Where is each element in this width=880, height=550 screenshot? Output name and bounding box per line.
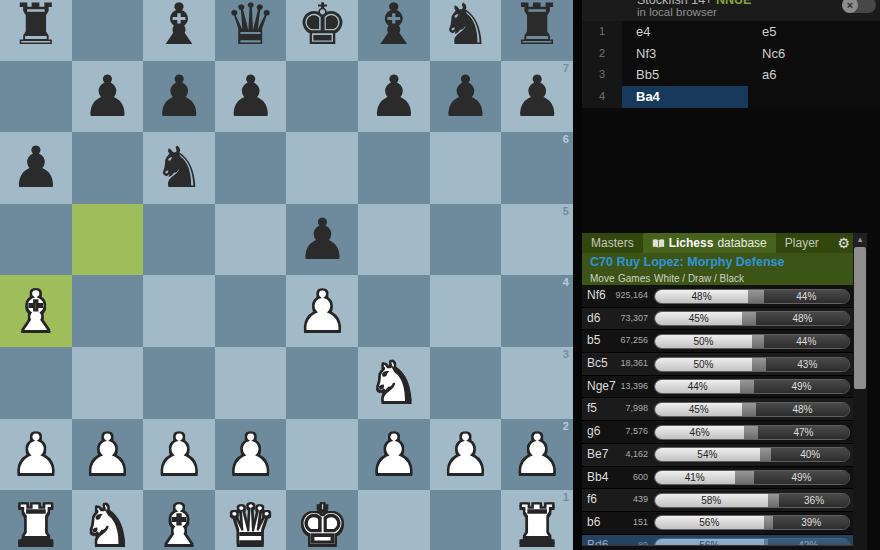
white-knight[interactable]: ♞ — [82, 497, 133, 550]
result-bar: 41%49% — [654, 470, 850, 485]
explorer-row-d6[interactable]: d673,30745%48% — [582, 308, 853, 331]
explorer-move: Nge7 — [587, 376, 616, 398]
explorer-row-Nf6[interactable]: Nf6925,16448%44% — [582, 285, 853, 308]
black-queen[interactable]: ♛ — [225, 0, 276, 53]
explorer-row-Bc5[interactable]: Bc518,36150%43% — [582, 353, 853, 376]
square-h6[interactable]: 6 — [501, 132, 573, 204]
square-g7[interactable]: ♟ — [430, 61, 502, 133]
move-white-Nf3[interactable]: Nf3 — [622, 43, 748, 65]
white-king[interactable]: ♚ — [297, 497, 348, 550]
black-bishop[interactable]: ♝ — [153, 0, 204, 53]
square-b5[interactable] — [72, 204, 144, 276]
black-rook[interactable]: ♜ — [10, 0, 61, 53]
black-pawn[interactable]: ♟ — [440, 68, 491, 125]
black-percent: 49% — [754, 471, 849, 484]
draw-percent — [748, 290, 764, 303]
draw-percent — [752, 335, 764, 348]
square-f2[interactable]: ♟ — [358, 419, 430, 491]
move-row: 2Nf3Nc6 — [582, 43, 880, 65]
explorer-row-b5[interactable]: b567,25650%44% — [582, 330, 853, 353]
square-h1[interactable]: ♜1 — [501, 490, 573, 550]
white-percent: 56% — [655, 516, 764, 529]
right-panel: Stockfish 14+ NNUE in local browser × 1e… — [582, 0, 880, 550]
white-pawn[interactable]: ♟ — [440, 426, 491, 483]
gear-icon[interactable]: ⚙ — [837, 233, 850, 253]
square-c4[interactable] — [143, 275, 215, 347]
white-percent: 48% — [655, 290, 748, 303]
engine-header: Stockfish 14+ NNUE in local browser × — [582, 0, 880, 22]
black-pawn[interactable]: ♟ — [10, 139, 61, 196]
square-b4[interactable] — [72, 275, 144, 347]
square-a5[interactable] — [0, 204, 72, 276]
white-percent: 44% — [655, 380, 740, 393]
rank-coordinate-3: 3 — [563, 348, 569, 360]
explorer-row-Nge7[interactable]: Nge713,39644%49% — [582, 376, 853, 399]
square-a1[interactable]: ♜ — [0, 490, 72, 550]
col-games: Games — [618, 272, 654, 285]
square-c6[interactable]: ♞ — [143, 132, 215, 204]
tab-lichess-database[interactable]: Lichessdatabase — [643, 233, 776, 253]
explorer-move: d6 — [587, 308, 600, 330]
black-pawn[interactable]: ♟ — [368, 68, 419, 125]
square-c7[interactable]: ♟ — [143, 61, 215, 133]
square-b7[interactable]: ♟ — [72, 61, 144, 133]
result-bar: 44%49% — [654, 379, 850, 394]
square-b6[interactable] — [72, 132, 144, 204]
explorer-move: f6 — [587, 489, 597, 511]
explorer-games-count: 600 — [633, 467, 648, 489]
move-row: 4Ba4 — [582, 86, 880, 108]
engine-subtitle: in local browser — [637, 6, 717, 18]
explorer-games-count: 18,361 — [620, 353, 648, 375]
black-pawn[interactable]: ♟ — [153, 68, 204, 125]
tab-player[interactable]: Player — [776, 233, 828, 253]
black-percent: 47% — [758, 426, 849, 439]
opening-explorer: Masters Lichessdatabase Player ⚙ C70 Ruy… — [582, 233, 853, 550]
explorer-row-f6[interactable]: f643958%36% — [582, 489, 853, 512]
draw-percent — [742, 312, 756, 325]
explorer-games-count: 7,576 — [625, 421, 648, 443]
black-percent: 44% — [764, 335, 849, 348]
white-percent: 58% — [655, 494, 768, 507]
square-f5[interactable] — [358, 204, 430, 276]
result-bar: 45%48% — [654, 311, 850, 326]
draw-percent — [764, 516, 774, 529]
move-number: 2 — [582, 43, 622, 65]
square-g8[interactable]: ♞ — [430, 0, 502, 61]
square-d3[interactable] — [215, 347, 287, 419]
explorer-games-count: 7,998 — [625, 398, 648, 420]
square-h5[interactable]: 5 — [501, 204, 573, 276]
explorer-move: b5 — [587, 330, 600, 352]
chess-board[interactable]: ♜♝♛♚♝♞♜♟♟♟♟♟♟7♟♞6♟5♝♟4♞3♟♟♟♟♟♟♟2♜♞♝♛♚♜1 — [0, 0, 573, 550]
white-bishop[interactable]: ♝ — [153, 497, 204, 550]
white-pawn[interactable]: ♟ — [82, 426, 133, 483]
draw-percent — [760, 448, 772, 461]
white-pawn[interactable]: ♟ — [368, 426, 419, 483]
black-pawn[interactable]: ♟ — [82, 68, 133, 125]
white-pawn[interactable]: ♟ — [297, 283, 348, 340]
explorer-column-headers: Move Games White / Draw / Black — [582, 272, 853, 285]
square-g5[interactable] — [430, 204, 502, 276]
move-row: 3Bb5a6 — [582, 64, 880, 86]
black-percent: 48% — [756, 312, 849, 325]
engine-toggle[interactable]: × — [842, 0, 876, 13]
square-b1[interactable]: ♞ — [72, 490, 144, 550]
scrollbar-thumb[interactable] — [854, 247, 866, 389]
white-percent: 50% — [655, 335, 752, 348]
result-bar: 46%47% — [654, 425, 850, 440]
move-white-Ba4[interactable]: Ba4 — [622, 86, 748, 108]
square-f7[interactable]: ♟ — [358, 61, 430, 133]
col-result: White / Draw / Black — [654, 272, 744, 285]
square-c2[interactable]: ♟ — [143, 419, 215, 491]
black-king[interactable]: ♚ — [297, 0, 348, 53]
square-d8[interactable]: ♛ — [215, 0, 287, 61]
square-h2[interactable]: ♟2 — [501, 419, 573, 491]
explorer-move: Bc5 — [587, 353, 608, 375]
result-bar: 56%39% — [654, 515, 850, 530]
draw-percent — [744, 426, 758, 439]
black-rook[interactable]: ♜ — [511, 0, 562, 53]
square-g2[interactable]: ♟ — [430, 419, 502, 491]
square-b8[interactable] — [72, 0, 144, 61]
square-b2[interactable]: ♟ — [72, 419, 144, 491]
square-b3[interactable] — [72, 347, 144, 419]
explorer-row-Be7[interactable]: Be74,16254%40% — [582, 444, 853, 467]
square-e7[interactable] — [286, 61, 358, 133]
square-h3[interactable]: 3 — [501, 347, 573, 419]
white-percent: 46% — [655, 426, 744, 439]
move-white-e4[interactable]: e4 — [622, 21, 748, 43]
black-percent: 44% — [764, 290, 849, 303]
explorer-games-count: 73,307 — [620, 308, 648, 330]
total-symbol: Σ — [587, 546, 595, 550]
col-move: Move — [590, 272, 618, 285]
white-percent: 50% — [655, 358, 752, 371]
white-percent: 54% — [655, 448, 760, 461]
square-e3[interactable] — [286, 347, 358, 419]
square-e6[interactable] — [286, 132, 358, 204]
explorer-row-g6[interactable]: g67,57646%47% — [582, 421, 853, 444]
opening-name[interactable]: C70 Ruy Lopez: Morphy Defense — [582, 253, 853, 272]
square-d6[interactable] — [215, 132, 287, 204]
square-g4[interactable] — [430, 275, 502, 347]
white-rook[interactable]: ♜ — [511, 497, 562, 550]
rank-coordinate-6: 6 — [563, 133, 569, 145]
square-h4[interactable]: 4 — [501, 275, 573, 347]
white-bishop[interactable]: ♝ — [10, 283, 61, 340]
book-icon — [652, 238, 665, 249]
move-list: 1e4e52Nf3Nc63Bb5a64Ba4 — [582, 21, 880, 108]
explorer-total-row: Σ 1,118,875 48%45% — [582, 545, 853, 550]
square-f3[interactable]: ♞ — [358, 347, 430, 419]
explorer-move: g6 — [587, 421, 600, 443]
move-black-empty — [748, 86, 880, 108]
square-c5[interactable] — [143, 204, 215, 276]
square-e2[interactable] — [286, 419, 358, 491]
white-percent: 45% — [655, 312, 742, 325]
draw-percent — [768, 494, 780, 507]
rank-coordinate-2: 2 — [563, 420, 569, 432]
square-g1[interactable] — [430, 490, 502, 550]
black-percent: 49% — [754, 380, 849, 393]
scrollbar[interactable]: ▴ — [853, 233, 867, 550]
black-knight[interactable]: ♞ — [440, 0, 491, 53]
square-d7[interactable]: ♟ — [215, 61, 287, 133]
black-bishop[interactable]: ♝ — [368, 0, 419, 53]
explorer-rows: Nf6925,16448%44%d673,30745%48%b567,25650… — [582, 285, 853, 550]
result-bar: 50%43% — [654, 357, 850, 372]
rank-coordinate-1: 1 — [563, 491, 569, 503]
move-white-Bb5[interactable]: Bb5 — [622, 64, 748, 86]
move-black-Nc6[interactable]: Nc6 — [748, 43, 880, 65]
square-c3[interactable] — [143, 347, 215, 419]
white-pawn[interactable]: ♟ — [225, 426, 276, 483]
white-percent: 45% — [655, 403, 742, 416]
black-pawn[interactable]: ♟ — [225, 68, 276, 125]
draw-percent — [742, 403, 756, 416]
square-d1[interactable]: ♛ — [215, 490, 287, 550]
white-pawn[interactable]: ♟ — [10, 426, 61, 483]
explorer-games-count: 925,164 — [615, 285, 648, 307]
draw-percent — [752, 358, 766, 371]
square-g6[interactable] — [430, 132, 502, 204]
square-h8[interactable]: ♜ — [501, 0, 573, 61]
black-pawn[interactable]: ♟ — [297, 211, 348, 268]
explorer-row-Bb4[interactable]: Bb460041%49% — [582, 467, 853, 490]
explorer-move: Be7 — [587, 444, 608, 466]
square-d5[interactable] — [215, 204, 287, 276]
explorer-tabs: Masters Lichessdatabase Player ⚙ — [582, 233, 853, 253]
square-a8[interactable]: ♜ — [0, 0, 72, 61]
rank-coordinate-5: 5 — [563, 205, 569, 217]
move-row: 1e4e5 — [582, 21, 880, 43]
square-c8[interactable]: ♝ — [143, 0, 215, 61]
square-e1[interactable]: ♚ — [286, 490, 358, 550]
explorer-games-count: 13,396 — [620, 376, 648, 398]
square-f1[interactable] — [358, 490, 430, 550]
move-black-e5[interactable]: e5 — [748, 21, 880, 43]
square-a4[interactable]: ♝ — [0, 275, 72, 347]
nnue-badge: NNUE — [716, 0, 751, 7]
white-pawn[interactable]: ♟ — [153, 426, 204, 483]
black-percent: 48% — [756, 403, 849, 416]
square-e4[interactable]: ♟ — [286, 275, 358, 347]
result-bar: 54%40% — [654, 447, 850, 462]
move-number: 4 — [582, 86, 622, 108]
square-a3[interactable] — [0, 347, 72, 419]
square-f8[interactable]: ♝ — [358, 0, 430, 61]
square-g3[interactable] — [430, 347, 502, 419]
black-percent: 39% — [773, 516, 849, 529]
result-bar: 45%48% — [654, 402, 850, 417]
draw-percent — [740, 380, 754, 393]
black-percent: 43% — [766, 358, 849, 371]
square-c1[interactable]: ♝ — [143, 490, 215, 550]
black-percent: 36% — [779, 494, 849, 507]
explorer-games-count: 151 — [633, 512, 648, 534]
explorer-move: b6 — [587, 512, 600, 534]
black-percent: 40% — [771, 448, 849, 461]
explorer-move: Bb4 — [587, 467, 608, 489]
white-queen[interactable]: ♛ — [225, 497, 276, 550]
explorer-row-f5[interactable]: f57,99845%48% — [582, 398, 853, 421]
rank-coordinate-7: 7 — [563, 62, 569, 74]
explorer-games-count: 439 — [633, 489, 648, 511]
square-e5[interactable]: ♟ — [286, 204, 358, 276]
square-h7[interactable]: ♟7 — [501, 61, 573, 133]
result-bar: 48%44% — [654, 289, 850, 304]
tab-masters[interactable]: Masters — [582, 233, 643, 253]
black-knight[interactable]: ♞ — [153, 139, 204, 196]
total-games: 1,118,875 — [604, 546, 648, 550]
white-knight[interactable]: ♞ — [368, 354, 419, 411]
square-a2[interactable]: ♟ — [0, 419, 72, 491]
move-number: 3 — [582, 64, 622, 86]
square-f6[interactable] — [358, 132, 430, 204]
square-d4[interactable] — [215, 275, 287, 347]
draw-percent — [735, 471, 754, 484]
explorer-games-count: 67,256 — [620, 330, 648, 352]
explorer-move: f5 — [587, 398, 597, 420]
white-rook[interactable]: ♜ — [10, 497, 61, 550]
rank-coordinate-4: 4 — [563, 276, 569, 288]
explorer-move: Nf6 — [587, 285, 606, 307]
lichess-analysis-page: ♜♝♛♚♝♞♜♟♟♟♟♟♟7♟♞6♟5♝♟4♞3♟♟♟♟♟♟♟2♜♞♝♛♚♜1 … — [0, 0, 880, 550]
square-e8[interactable]: ♚ — [286, 0, 358, 61]
move-number: 1 — [582, 21, 622, 43]
result-bar: 50%44% — [654, 334, 850, 349]
square-f4[interactable] — [358, 275, 430, 347]
result-bar: 58%36% — [654, 493, 850, 508]
explorer-games-count: 4,162 — [625, 444, 648, 466]
scroll-up-icon[interactable]: ▴ — [853, 233, 867, 247]
white-percent: 41% — [655, 471, 735, 484]
square-d2[interactable]: ♟ — [215, 419, 287, 491]
square-a7[interactable] — [0, 61, 72, 133]
black-pawn[interactable]: ♟ — [511, 68, 562, 125]
white-pawn[interactable]: ♟ — [511, 426, 562, 483]
move-black-a6[interactable]: a6 — [748, 64, 880, 86]
toggle-off-icon: × — [842, 0, 858, 13]
explorer-row-b6[interactable]: b615156%39% — [582, 512, 853, 535]
square-a6[interactable]: ♟ — [0, 132, 72, 204]
